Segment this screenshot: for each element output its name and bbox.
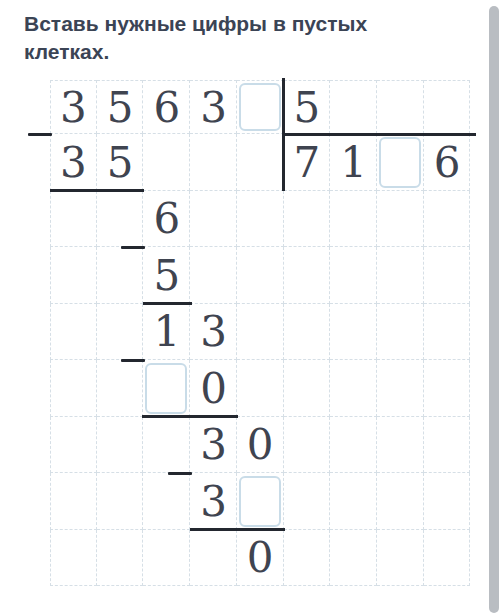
grid-square — [377, 191, 424, 248]
grid-square — [143, 473, 190, 530]
grid-square — [377, 530, 424, 587]
grid-square — [330, 304, 377, 361]
grid-square — [237, 304, 284, 361]
grid-square — [330, 360, 377, 417]
grid-square — [190, 360, 237, 417]
minus-sign — [121, 359, 145, 362]
grid-square — [237, 360, 284, 417]
grid-square — [377, 417, 424, 474]
grid-square — [237, 191, 284, 248]
grid-square — [424, 304, 471, 361]
grid-square — [143, 134, 190, 191]
subtraction-line — [190, 528, 284, 531]
grid-square — [50, 191, 97, 248]
grid-square — [424, 134, 471, 191]
grid-square — [377, 247, 424, 304]
grid-square — [50, 360, 97, 417]
grid-square — [284, 304, 331, 361]
grid-square — [50, 417, 97, 474]
grid-square — [190, 247, 237, 304]
grid-square — [190, 134, 237, 191]
grid-square — [377, 360, 424, 417]
grid-square — [284, 360, 331, 417]
grid-square — [143, 304, 190, 361]
grid-square — [284, 417, 331, 474]
input-cell[interactable] — [239, 83, 281, 132]
minus-sign — [168, 472, 192, 475]
grid-square — [237, 530, 284, 587]
grid-square — [143, 80, 190, 134]
subtraction-line — [50, 189, 144, 192]
grid-square — [143, 247, 190, 304]
grid-square — [50, 247, 97, 304]
grid-square — [330, 417, 377, 474]
input-cell[interactable] — [145, 363, 187, 414]
grid-square — [97, 360, 144, 417]
grid-square — [377, 473, 424, 530]
minus-sign — [28, 133, 52, 136]
grid-square — [284, 191, 331, 248]
grid-square — [97, 80, 144, 134]
grid-square — [190, 417, 237, 474]
grid-square — [50, 80, 97, 134]
grid-square — [237, 417, 284, 474]
grid-square — [143, 191, 190, 248]
grid-square — [143, 530, 190, 587]
grid-square — [97, 247, 144, 304]
grid-square — [50, 304, 97, 361]
grid-square — [284, 247, 331, 304]
grid-square — [143, 417, 190, 474]
minus-sign — [121, 246, 145, 249]
grid-square — [424, 191, 471, 248]
grid-square — [190, 191, 237, 248]
division-bracket-horizontal-line — [284, 133, 477, 136]
grid-square — [284, 530, 331, 587]
grid-square — [424, 417, 471, 474]
grid-square — [97, 473, 144, 530]
division-grid: 3563535716651303030 — [0, 0, 500, 613]
grid-square — [330, 530, 377, 587]
grid-square — [237, 134, 284, 191]
input-cell[interactable] — [239, 476, 281, 527]
grid-square — [97, 304, 144, 361]
grid-square — [330, 247, 377, 304]
worksheet-page: Вставь нужные цифры в пустых клетках. 35… — [0, 0, 500, 613]
grid-square — [284, 473, 331, 530]
grid-square — [190, 304, 237, 361]
grid-square — [330, 134, 377, 191]
grid-square — [424, 247, 471, 304]
grid-square — [424, 473, 471, 530]
grid-square — [50, 134, 97, 191]
grid-square — [190, 473, 237, 530]
grid-square — [190, 530, 237, 587]
grid-square — [284, 80, 331, 134]
grid-square — [97, 191, 144, 248]
grid-square — [190, 80, 237, 134]
scrollbar-thumb[interactable] — [489, 6, 499, 613]
grid-square — [97, 134, 144, 191]
grid-square — [97, 530, 144, 587]
input-cell[interactable] — [379, 137, 421, 188]
grid-square — [284, 134, 331, 191]
grid-square — [50, 530, 97, 587]
subtraction-line — [142, 415, 237, 418]
grid-square — [237, 247, 284, 304]
grid-square — [424, 360, 471, 417]
grid-square — [377, 304, 424, 361]
grid-square — [50, 473, 97, 530]
grid-square — [424, 530, 471, 587]
grid-square — [330, 191, 377, 248]
grid-square — [97, 417, 144, 474]
grid-square — [330, 473, 377, 530]
subtraction-line — [143, 302, 192, 305]
grid-square — [330, 80, 377, 134]
grid-square — [377, 80, 424, 134]
grid-square — [424, 80, 471, 134]
